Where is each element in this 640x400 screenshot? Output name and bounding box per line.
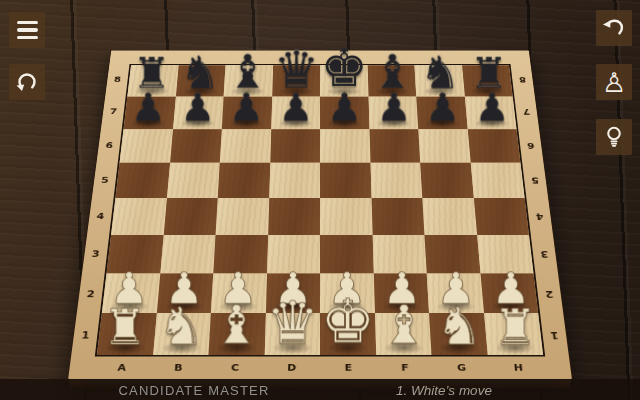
white-bishop[interactable]: ♝ <box>209 299 265 352</box>
square-c6[interactable] <box>220 129 271 163</box>
square-b1[interactable]: ♞ <box>153 313 211 355</box>
rank-label-1: 1 <box>540 314 569 356</box>
square-b5[interactable] <box>167 163 220 198</box>
file-label-h: H <box>489 357 548 378</box>
black-pawn[interactable]: ♟ <box>467 88 516 127</box>
rank-label-8: 8 <box>510 64 534 96</box>
square-f4[interactable] <box>371 198 424 235</box>
square-g1[interactable]: ♞ <box>429 313 487 355</box>
black-pawn[interactable]: ♟ <box>124 88 173 127</box>
file-label-a: A <box>92 357 151 378</box>
square-c5[interactable] <box>218 163 270 198</box>
square-f7[interactable]: ♟ <box>368 96 418 129</box>
square-b4[interactable] <box>163 198 217 235</box>
white-bishop[interactable]: ♝ <box>376 299 432 352</box>
square-d6[interactable] <box>270 129 320 163</box>
square-c1[interactable]: ♝ <box>208 313 265 355</box>
square-a5[interactable] <box>115 163 169 198</box>
square-b7[interactable]: ♟ <box>173 96 224 129</box>
square-d1[interactable]: ♛ <box>264 313 320 355</box>
white-knight[interactable]: ♞ <box>153 300 209 352</box>
white-rook[interactable]: ♜ <box>487 303 543 352</box>
rank-label-3: 3 <box>531 235 558 274</box>
file-label-g: G <box>433 357 491 378</box>
square-c7[interactable]: ♟ <box>222 96 272 129</box>
white-queen[interactable]: ♛ <box>264 293 320 352</box>
file-label-c: C <box>206 357 264 378</box>
white-rook[interactable]: ♜ <box>97 303 153 352</box>
square-f5[interactable] <box>370 163 422 198</box>
square-f6[interactable] <box>369 129 420 163</box>
square-g7[interactable]: ♟ <box>416 96 467 129</box>
square-f1[interactable]: ♝ <box>375 313 432 355</box>
square-e6[interactable] <box>320 129 370 163</box>
black-pawn[interactable]: ♟ <box>369 88 418 127</box>
square-d7[interactable]: ♟ <box>271 96 320 129</box>
square-a1[interactable]: ♜ <box>97 313 156 355</box>
file-label-d: D <box>263 357 320 378</box>
black-pawn[interactable]: ♟ <box>173 88 222 127</box>
black-pawn[interactable]: ♟ <box>320 88 369 127</box>
board-tilt: 87654321 87654321 ABCDEFGH ♜♞♝♛♚♝♞♜♟♟♟♟♟… <box>67 50 573 380</box>
square-g5[interactable] <box>420 163 473 198</box>
square-e5[interactable] <box>320 163 371 198</box>
square-e4[interactable] <box>320 198 372 235</box>
rank-label-7: 7 <box>514 96 539 129</box>
app-background: ♙ 87654321 87654321 ABCDEFGH ♜♞♝♛♚♝♞♜♟♟♟… <box>0 0 640 400</box>
square-c4[interactable] <box>216 198 269 235</box>
file-label-b: B <box>149 357 207 378</box>
rank-label-6: 6 <box>518 128 543 162</box>
rank-label-4: 4 <box>526 198 553 235</box>
black-pawn[interactable]: ♟ <box>271 88 320 127</box>
square-g6[interactable] <box>418 129 470 163</box>
board-grid: ♜♞♝♛♚♝♞♜♟♟♟♟♟♟♟♟♟♟♟♟♟♟♟♟♜♞♝♛♚♝♞♜ <box>95 64 545 357</box>
chess-board: 87654321 87654321 ABCDEFGH ♜♞♝♛♚♝♞♜♟♟♟♟♟… <box>67 50 573 380</box>
white-king[interactable]: ♚ <box>320 291 376 352</box>
square-h5[interactable] <box>470 163 524 198</box>
square-a4[interactable] <box>111 198 166 235</box>
status-bar: CANDIDATE MASTER 1. White’s move <box>0 379 640 400</box>
square-d4[interactable] <box>268 198 320 235</box>
square-h7[interactable]: ♟ <box>464 96 516 129</box>
file-label-e: E <box>320 357 377 378</box>
square-h6[interactable] <box>467 129 520 163</box>
square-g4[interactable] <box>422 198 476 235</box>
black-pawn[interactable]: ♟ <box>222 88 271 127</box>
white-knight[interactable]: ♞ <box>431 300 487 352</box>
square-a6[interactable] <box>120 129 173 163</box>
square-b6[interactable] <box>170 129 222 163</box>
opponent-level-label: CANDIDATE MASTER <box>118 382 269 397</box>
black-pawn[interactable]: ♟ <box>418 88 467 127</box>
file-labels-bottom: ABCDEFGH <box>92 357 548 378</box>
rank-label-5: 5 <box>522 162 548 198</box>
square-e7[interactable]: ♟ <box>320 96 369 129</box>
square-e1[interactable]: ♚ <box>320 313 376 355</box>
file-label-f: F <box>376 357 434 378</box>
move-indicator-label: 1. White’s move <box>396 382 492 397</box>
square-h1[interactable]: ♜ <box>484 313 543 355</box>
square-h4[interactable] <box>473 198 528 235</box>
board-scene: 87654321 87654321 ABCDEFGH ♜♞♝♛♚♝♞♜♟♟♟♟♟… <box>0 0 640 400</box>
square-d5[interactable] <box>269 163 320 198</box>
square-a7[interactable]: ♟ <box>124 96 176 129</box>
rank-label-2: 2 <box>535 274 563 314</box>
